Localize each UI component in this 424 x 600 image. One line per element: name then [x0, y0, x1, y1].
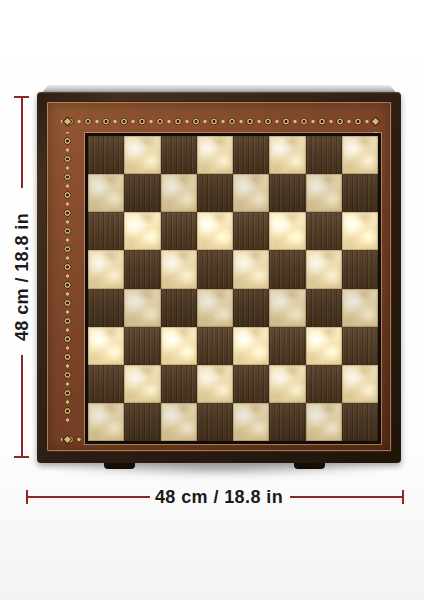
square-g5	[306, 250, 342, 288]
square-e2	[233, 365, 269, 403]
square-g7	[306, 174, 342, 212]
square-h7	[342, 174, 378, 212]
square-g1	[306, 403, 342, 441]
square-f3	[269, 327, 305, 365]
square-b6	[124, 212, 160, 250]
square-e5	[233, 250, 269, 288]
square-g4	[306, 289, 342, 327]
square-h2	[342, 365, 378, 403]
square-h4	[342, 289, 378, 327]
square-e7	[233, 174, 269, 212]
playing-field-border	[85, 133, 381, 444]
square-c1	[161, 403, 197, 441]
square-c5	[161, 250, 197, 288]
square-d7	[197, 174, 233, 212]
square-e3	[233, 327, 269, 365]
square-b3	[124, 327, 160, 365]
square-b4	[124, 289, 160, 327]
dimension-tick-bottom	[14, 456, 29, 458]
square-h5	[342, 250, 378, 288]
square-c4	[161, 289, 197, 327]
square-b1	[124, 403, 160, 441]
square-f7	[269, 174, 305, 212]
dimension-line-left-upper	[21, 97, 23, 188]
dimension-tick-right	[402, 490, 404, 504]
decorative-marquetry-border	[46, 101, 392, 452]
square-a3	[88, 327, 124, 365]
square-h6	[342, 212, 378, 250]
square-h1	[342, 403, 378, 441]
square-g2	[306, 365, 342, 403]
square-b8	[124, 136, 160, 174]
square-f5	[269, 250, 305, 288]
square-g6	[306, 212, 342, 250]
square-d8	[197, 136, 233, 174]
square-c8	[161, 136, 197, 174]
square-b2	[124, 365, 160, 403]
square-g3	[306, 327, 342, 365]
square-b7	[124, 174, 160, 212]
chessboard	[37, 85, 401, 467]
square-a6	[88, 212, 124, 250]
square-c6	[161, 212, 197, 250]
square-d1	[197, 403, 233, 441]
square-c2	[161, 365, 197, 403]
square-f6	[269, 212, 305, 250]
square-d2	[197, 365, 233, 403]
square-c7	[161, 174, 197, 212]
square-f2	[269, 365, 305, 403]
square-a5	[88, 250, 124, 288]
chessboard-grid	[88, 136, 378, 441]
square-a2	[88, 365, 124, 403]
square-c3	[161, 327, 197, 365]
square-e6	[233, 212, 269, 250]
square-d4	[197, 289, 233, 327]
dimension-tick-top	[14, 96, 29, 98]
square-f4	[269, 289, 305, 327]
dimension-line-bottom-right	[290, 496, 403, 498]
square-a4	[88, 289, 124, 327]
square-h8	[342, 136, 378, 174]
product-photo-chessboard: 48 cm / 18.8 in 48 cm / 18.8 in	[0, 0, 424, 600]
dimension-line-left-lower	[21, 355, 23, 458]
square-f8	[269, 136, 305, 174]
square-d5	[197, 250, 233, 288]
dimension-label-left: 48 cm / 18.8 in	[12, 213, 33, 341]
square-b5	[124, 250, 160, 288]
square-a1	[88, 403, 124, 441]
square-a8	[88, 136, 124, 174]
square-e4	[233, 289, 269, 327]
square-e8	[233, 136, 269, 174]
square-a7	[88, 174, 124, 212]
dimension-line-bottom-left	[27, 496, 150, 498]
inlay-pattern-left	[62, 132, 73, 425]
square-f1	[269, 403, 305, 441]
square-d6	[197, 212, 233, 250]
dimension-tick-left	[26, 490, 28, 504]
dimension-label-bottom: 48 cm / 18.8 in	[155, 487, 283, 508]
square-g8	[306, 136, 342, 174]
board-frame	[37, 92, 401, 463]
square-h3	[342, 327, 378, 365]
square-e1	[233, 403, 269, 441]
square-d3	[197, 327, 233, 365]
inlay-pattern-top	[61, 116, 377, 127]
